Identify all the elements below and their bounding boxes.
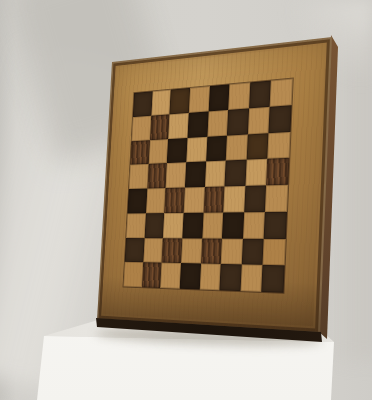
square-b4 [146,188,166,213]
square-g1 [240,265,263,292]
square-h1 [262,265,285,293]
square-c4 [164,188,184,213]
square-d5 [185,162,206,188]
square-h2 [263,238,286,265]
square-g7 [248,107,270,134]
square-c1 [160,263,181,289]
square-c3 [163,213,183,238]
square-b2 [143,238,163,263]
scene [0,0,372,400]
square-d7 [187,111,208,137]
square-h6 [268,131,291,159]
board-frame [97,37,332,334]
game-board [97,37,332,334]
square-f6 [226,134,248,161]
square-g2 [242,238,264,265]
square-e2 [201,238,222,264]
square-h4 [265,185,288,212]
square-f2 [221,238,243,264]
square-a2 [125,238,145,263]
square-b8 [151,90,171,116]
square-a5 [129,164,149,189]
square-b5 [147,163,167,188]
square-g5 [245,159,267,186]
square-g3 [243,212,265,239]
square-b6 [148,139,168,164]
square-c7 [168,113,188,139]
square-f8 [228,82,250,109]
square-d6 [186,136,207,162]
square-d2 [181,238,202,264]
square-g6 [246,133,268,160]
square-c5 [166,162,186,188]
square-a6 [130,140,150,165]
square-a8 [133,91,152,117]
square-c8 [170,88,190,114]
square-a7 [132,116,151,141]
square-e6 [206,135,227,161]
square-g8 [249,81,271,109]
square-e1 [199,264,220,291]
square-f7 [227,108,249,135]
checkerboard-grid [123,79,292,293]
square-h5 [266,158,289,185]
square-f4 [223,186,245,212]
square-a3 [126,213,146,238]
square-a1 [123,262,143,287]
square-b1 [142,262,162,288]
square-e4 [203,186,224,212]
square-f3 [222,212,244,238]
square-g4 [244,185,266,212]
square-e7 [207,110,228,137]
square-a4 [127,189,147,214]
square-d3 [182,212,203,238]
square-h7 [269,105,292,133]
square-c6 [167,138,187,164]
square-b7 [150,114,170,140]
square-d1 [180,263,201,289]
square-e8 [208,84,229,111]
square-c2 [162,238,183,263]
square-d4 [184,187,205,213]
square-b3 [144,213,164,238]
square-d8 [189,86,210,113]
square-f1 [220,264,242,291]
square-h8 [270,79,293,107]
square-e3 [202,212,223,238]
square-f5 [225,160,247,187]
square-h3 [264,212,287,239]
square-e5 [204,161,225,187]
